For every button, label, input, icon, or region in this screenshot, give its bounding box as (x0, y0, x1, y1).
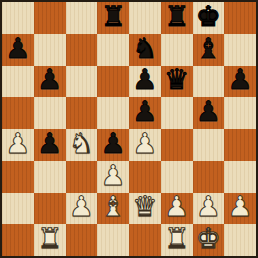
square-b1[interactable]: ♜ (34, 224, 66, 256)
white-pawn-icon[interactable]: ♟ (196, 193, 221, 221)
square-g2[interactable]: ♟ (193, 193, 225, 225)
white-bishop-icon[interactable]: ♝ (101, 193, 126, 221)
black-pawn-icon[interactable]: ♟ (37, 130, 62, 158)
square-f7[interactable] (161, 34, 193, 66)
square-c3[interactable] (66, 161, 98, 193)
square-h1[interactable] (224, 224, 256, 256)
square-f6[interactable]: ♛ (161, 66, 193, 98)
square-c7[interactable] (66, 34, 98, 66)
white-rook-icon[interactable]: ♜ (164, 225, 189, 253)
square-g6[interactable] (193, 66, 225, 98)
square-c8[interactable] (66, 2, 98, 34)
square-h6[interactable]: ♟ (224, 66, 256, 98)
black-pawn-icon[interactable]: ♟ (132, 66, 157, 94)
square-g7[interactable]: ♝ (193, 34, 225, 66)
black-pawn-icon[interactable]: ♟ (37, 66, 62, 94)
square-d6[interactable] (97, 66, 129, 98)
square-b4[interactable]: ♟ (34, 129, 66, 161)
square-e5[interactable]: ♟ (129, 97, 161, 129)
black-pawn-icon[interactable]: ♟ (101, 130, 126, 158)
square-e7[interactable]: ♞ (129, 34, 161, 66)
black-pawn-icon[interactable]: ♟ (196, 98, 221, 126)
square-h7[interactable] (224, 34, 256, 66)
black-rook-icon[interactable]: ♜ (164, 3, 189, 31)
black-pawn-icon[interactable]: ♟ (5, 35, 30, 63)
black-knight-icon[interactable]: ♞ (132, 35, 157, 63)
square-b7[interactable] (34, 34, 66, 66)
square-a3[interactable] (2, 161, 34, 193)
square-e2[interactable]: ♛ (129, 193, 161, 225)
square-h8[interactable] (224, 2, 256, 34)
square-b2[interactable] (34, 193, 66, 225)
square-d5[interactable] (97, 97, 129, 129)
square-g4[interactable] (193, 129, 225, 161)
square-c6[interactable] (66, 66, 98, 98)
board-frame: ♜♜♚♟♞♝♟♟♛♟♟♟♟♟♞♟♟♟♟♝♛♟♟♟♜♜♚ (0, 0, 258, 258)
square-g5[interactable]: ♟ (193, 97, 225, 129)
square-a5[interactable] (2, 97, 34, 129)
square-d8[interactable]: ♜ (97, 2, 129, 34)
square-a6[interactable] (2, 66, 34, 98)
square-g8[interactable]: ♚ (193, 2, 225, 34)
white-knight-icon[interactable]: ♞ (69, 130, 94, 158)
white-rook-icon[interactable]: ♜ (37, 225, 62, 253)
black-king-icon[interactable]: ♚ (196, 3, 221, 31)
square-c1[interactable] (66, 224, 98, 256)
white-queen-icon[interactable]: ♛ (132, 193, 157, 221)
white-pawn-icon[interactable]: ♟ (5, 130, 30, 158)
square-d1[interactable] (97, 224, 129, 256)
black-bishop-icon[interactable]: ♝ (196, 35, 221, 63)
black-rook-icon[interactable]: ♜ (101, 3, 126, 31)
square-e1[interactable] (129, 224, 161, 256)
black-queen-icon[interactable]: ♛ (164, 66, 189, 94)
square-g1[interactable]: ♚ (193, 224, 225, 256)
white-pawn-icon[interactable]: ♟ (69, 193, 94, 221)
square-b8[interactable] (34, 2, 66, 34)
square-f3[interactable] (161, 161, 193, 193)
square-c2[interactable]: ♟ (66, 193, 98, 225)
square-a8[interactable] (2, 2, 34, 34)
square-a1[interactable] (2, 224, 34, 256)
square-a2[interactable] (2, 193, 34, 225)
square-d7[interactable] (97, 34, 129, 66)
white-pawn-icon[interactable]: ♟ (228, 193, 253, 221)
square-f1[interactable]: ♜ (161, 224, 193, 256)
square-f4[interactable] (161, 129, 193, 161)
square-e8[interactable] (129, 2, 161, 34)
white-pawn-icon[interactable]: ♟ (132, 130, 157, 158)
black-pawn-icon[interactable]: ♟ (228, 66, 253, 94)
white-king-icon[interactable]: ♚ (196, 225, 221, 253)
square-e6[interactable]: ♟ (129, 66, 161, 98)
square-d2[interactable]: ♝ (97, 193, 129, 225)
chess-board: ♜♜♚♟♞♝♟♟♛♟♟♟♟♟♞♟♟♟♟♝♛♟♟♟♜♜♚ (2, 2, 256, 256)
square-g3[interactable] (193, 161, 225, 193)
square-d4[interactable]: ♟ (97, 129, 129, 161)
square-c5[interactable] (66, 97, 98, 129)
square-e3[interactable] (129, 161, 161, 193)
square-h5[interactable] (224, 97, 256, 129)
white-pawn-icon[interactable]: ♟ (101, 162, 126, 190)
square-b5[interactable] (34, 97, 66, 129)
square-f5[interactable] (161, 97, 193, 129)
square-b3[interactable] (34, 161, 66, 193)
square-h2[interactable]: ♟ (224, 193, 256, 225)
square-b6[interactable]: ♟ (34, 66, 66, 98)
square-e4[interactable]: ♟ (129, 129, 161, 161)
white-pawn-icon[interactable]: ♟ (164, 193, 189, 221)
square-f2[interactable]: ♟ (161, 193, 193, 225)
square-a4[interactable]: ♟ (2, 129, 34, 161)
black-pawn-icon[interactable]: ♟ (132, 98, 157, 126)
square-h3[interactable] (224, 161, 256, 193)
square-a7[interactable]: ♟ (2, 34, 34, 66)
square-f8[interactable]: ♜ (161, 2, 193, 34)
square-h4[interactable] (224, 129, 256, 161)
square-c4[interactable]: ♞ (66, 129, 98, 161)
square-d3[interactable]: ♟ (97, 161, 129, 193)
